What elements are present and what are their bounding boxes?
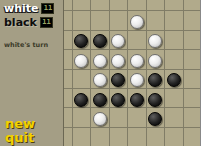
black-disc [93, 34, 107, 48]
board-cell[interactable] [128, 70, 147, 89]
black-disc [148, 93, 162, 107]
board-cell[interactable] [91, 108, 110, 127]
board-cell[interactable] [63, 31, 73, 50]
white-disc [130, 15, 144, 29]
board-cell[interactable] [128, 128, 147, 146]
board-cell[interactable] [110, 0, 129, 11]
black-count-lcd: 11 [40, 17, 53, 28]
board-cell[interactable] [91, 70, 110, 89]
black-score-row: black 11 [4, 16, 63, 29]
board-cell[interactable] [91, 128, 110, 146]
black-disc [111, 93, 125, 107]
white-disc [93, 112, 107, 126]
sidebar: white 11 black 11 white's turn new quit [0, 0, 63, 146]
black-disc [148, 112, 162, 126]
white-score-row: white 11 [4, 2, 63, 15]
board-cell[interactable] [63, 11, 73, 30]
board-cell[interactable] [73, 70, 92, 89]
board-cell[interactable] [184, 0, 201, 11]
board-cell[interactable] [63, 128, 73, 146]
board-cell[interactable] [165, 50, 184, 69]
board-cell[interactable] [63, 50, 73, 69]
board-grid [63, 0, 200, 146]
board-cell[interactable] [128, 89, 147, 108]
board-cell[interactable] [73, 0, 92, 11]
board-cell[interactable] [165, 108, 184, 127]
white-disc [111, 34, 125, 48]
white-disc [148, 34, 162, 48]
board-cell[interactable] [128, 31, 147, 50]
board-cell[interactable] [110, 70, 129, 89]
board-cell[interactable] [165, 70, 184, 89]
turn-indicator: white's turn [4, 41, 63, 49]
board-cell[interactable] [147, 11, 166, 30]
black-disc [93, 93, 107, 107]
board-cell[interactable] [91, 31, 110, 50]
white-disc [93, 54, 107, 68]
black-disc [130, 93, 144, 107]
board-cell[interactable] [165, 128, 184, 146]
board-cell[interactable] [128, 50, 147, 69]
board-cell[interactable] [147, 0, 166, 11]
board-cell[interactable] [147, 128, 166, 146]
board-cell[interactable] [184, 89, 201, 108]
white-disc [130, 73, 144, 87]
board-cell[interactable] [184, 128, 201, 146]
board-cell[interactable] [147, 89, 166, 108]
board-cell[interactable] [63, 108, 73, 127]
white-disc [74, 54, 88, 68]
board-cell[interactable] [63, 0, 73, 11]
menu-buttons: new quit [5, 117, 35, 145]
board-cell[interactable] [63, 70, 73, 89]
white-count-lcd: 11 [41, 3, 54, 14]
board-cell[interactable] [165, 0, 184, 11]
board-viewport [63, 0, 200, 146]
board-cell[interactable] [91, 11, 110, 30]
board-cell[interactable] [147, 31, 166, 50]
board-cell[interactable] [184, 108, 201, 127]
quit-button[interactable]: quit [5, 131, 34, 144]
black-disc [111, 73, 125, 87]
board-cell[interactable] [73, 89, 92, 108]
board-cell[interactable] [73, 50, 92, 69]
board-cell[interactable] [184, 50, 201, 69]
board-cell[interactable] [73, 11, 92, 30]
black-disc [148, 73, 162, 87]
black-disc [167, 73, 181, 87]
black-label: black [4, 17, 37, 28]
othello-game-window: white 11 black 11 white's turn new quit [0, 0, 200, 146]
board-cell[interactable] [110, 128, 129, 146]
board-cell[interactable] [128, 0, 147, 11]
board-cell[interactable] [73, 31, 92, 50]
board-cell[interactable] [147, 50, 166, 69]
board-cell[interactable] [91, 50, 110, 69]
black-disc [74, 93, 88, 107]
board-cell[interactable] [91, 0, 110, 11]
board-cell[interactable] [73, 108, 92, 127]
board-cell[interactable] [184, 70, 201, 89]
board-cell[interactable] [110, 89, 129, 108]
white-disc [148, 54, 162, 68]
board-cell[interactable] [110, 50, 129, 69]
board-cell[interactable] [165, 89, 184, 108]
board-cell[interactable] [184, 31, 201, 50]
board-cell[interactable] [128, 11, 147, 30]
board-cell[interactable] [165, 31, 184, 50]
white-disc [93, 73, 107, 87]
new-button[interactable]: new [5, 117, 35, 130]
board-cell[interactable] [110, 31, 129, 50]
board-cell[interactable] [147, 108, 166, 127]
black-disc [74, 34, 88, 48]
board-cell[interactable] [91, 89, 110, 108]
board-cell[interactable] [147, 70, 166, 89]
white-label: white [4, 3, 38, 14]
board-cell[interactable] [110, 108, 129, 127]
board-cell[interactable] [63, 89, 73, 108]
board-cell[interactable] [110, 11, 129, 30]
white-disc [111, 54, 125, 68]
board-cell[interactable] [165, 11, 184, 30]
board-cell[interactable] [184, 11, 201, 30]
board-cell[interactable] [128, 108, 147, 127]
board-cell[interactable] [73, 128, 92, 146]
white-disc [130, 54, 144, 68]
